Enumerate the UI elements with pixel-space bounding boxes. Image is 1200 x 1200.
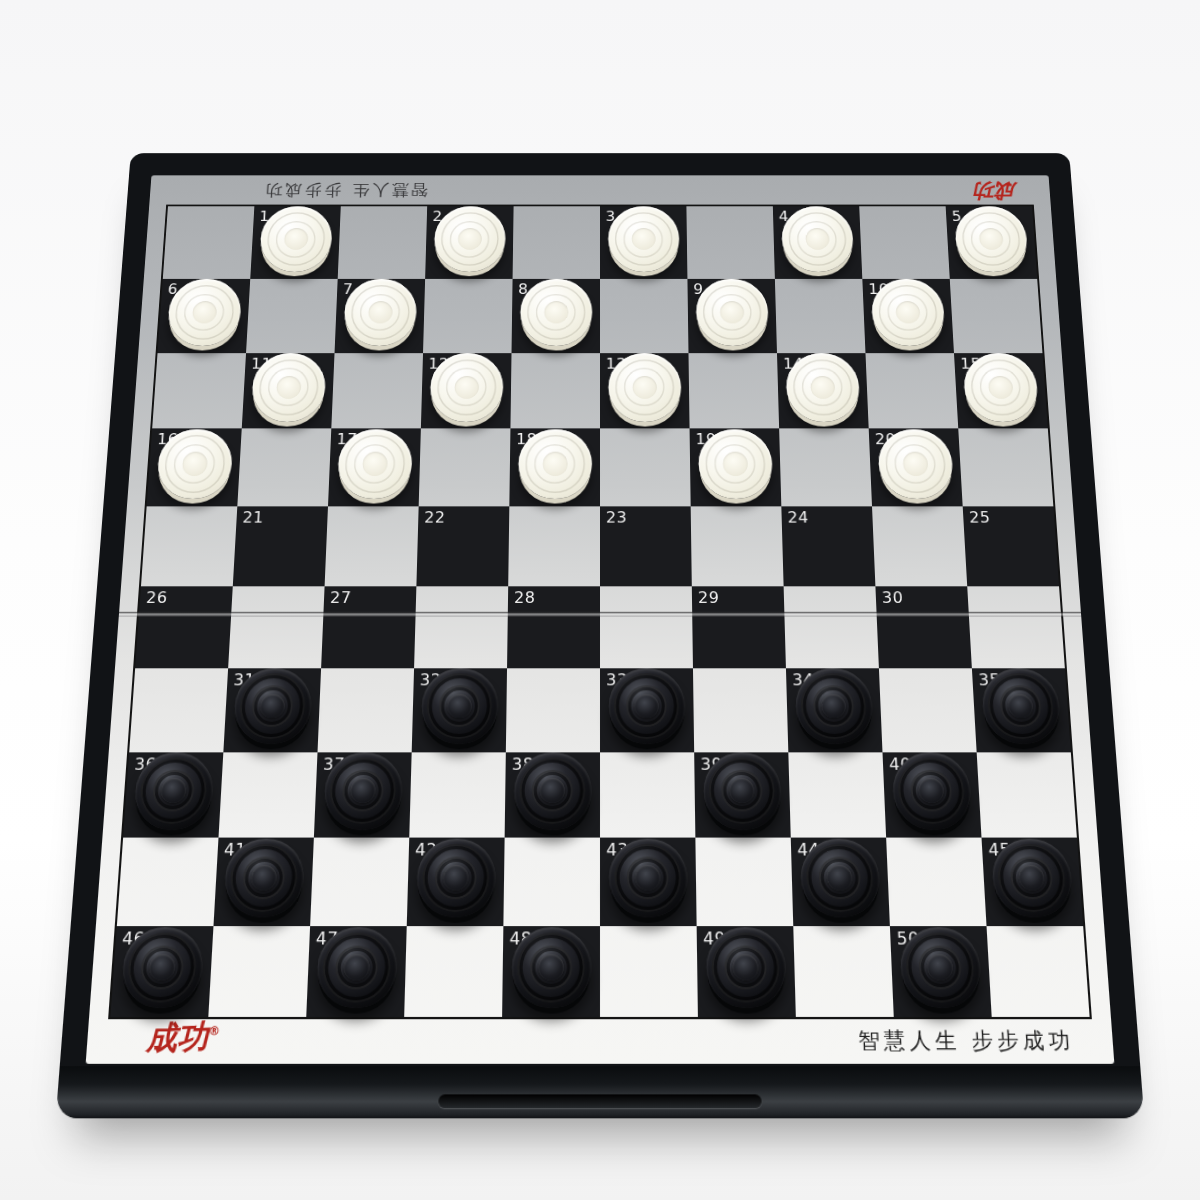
square-32[interactable]: 32 — [412, 668, 507, 752]
square-27[interactable]: 27 — [321, 586, 416, 668]
light-square — [691, 507, 784, 587]
light-square — [987, 926, 1090, 1017]
square-39[interactable]: 39 — [694, 752, 791, 838]
square-30[interactable]: 30 — [875, 586, 971, 668]
light-square — [228, 586, 324, 668]
square-17[interactable]: 17 — [328, 429, 421, 507]
white-man-piece[interactable] — [785, 353, 859, 421]
square-26[interactable]: 26 — [135, 586, 233, 668]
square-45[interactable]: 45 — [982, 838, 1084, 926]
square-22[interactable]: 22 — [416, 507, 509, 587]
light-square — [246, 279, 338, 353]
square-28[interactable]: 28 — [507, 586, 600, 668]
light-square — [129, 668, 228, 752]
square-15[interactable]: 15 — [954, 353, 1048, 429]
square-number: 24 — [787, 508, 809, 526]
black-man-piece[interactable] — [800, 838, 881, 917]
light-square — [775, 279, 866, 353]
light-square — [152, 353, 246, 429]
black-man-piece[interactable] — [609, 668, 685, 743]
black-man-piece[interactable] — [991, 838, 1074, 917]
light-square — [779, 429, 872, 507]
light-square — [503, 838, 600, 926]
white-man-piece[interactable] — [871, 279, 946, 346]
white-man-piece[interactable] — [954, 207, 1029, 272]
light-square — [331, 353, 423, 429]
square-number: 29 — [698, 588, 720, 607]
black-man-piece[interactable] — [514, 752, 591, 829]
white-man-piece[interactable] — [696, 279, 769, 346]
square-number: 26 — [146, 588, 169, 607]
square-31[interactable]: 31 — [223, 668, 321, 752]
square-42[interactable]: 42 — [407, 838, 505, 926]
square-11[interactable]: 11 — [242, 353, 335, 429]
white-man-piece[interactable] — [608, 207, 679, 272]
light-square — [423, 279, 513, 353]
light-square — [325, 507, 419, 587]
brand-logo-top-upside-down: 成功 — [974, 177, 1019, 204]
white-man-piece[interactable] — [962, 353, 1038, 421]
square-41[interactable]: 41 — [213, 838, 313, 926]
black-man-piece[interactable] — [416, 838, 495, 917]
white-man-piece[interactable] — [781, 207, 854, 272]
light-square — [879, 668, 977, 752]
light-square — [237, 429, 331, 507]
light-square — [686, 206, 774, 278]
black-man-piece[interactable] — [323, 752, 402, 829]
light-square — [338, 206, 427, 278]
brand-logo-text: 成功 — [146, 1017, 209, 1057]
light-square — [688, 353, 779, 429]
top-margin: 智慧人生 步步成功 成功 — [149, 175, 1050, 204]
square-14[interactable]: 14 — [777, 353, 869, 429]
light-square — [793, 926, 893, 1017]
white-man-piece[interactable] — [608, 353, 681, 421]
light-square — [865, 353, 958, 429]
square-23[interactable]: 23 — [600, 507, 692, 587]
top-slogan-upside-down: 智慧人生 步步成功 — [262, 180, 428, 201]
black-man-piece[interactable] — [316, 927, 398, 1008]
light-square — [508, 507, 600, 587]
light-square — [506, 668, 600, 752]
light-square — [404, 926, 503, 1017]
square-40[interactable]: 40 — [882, 752, 981, 838]
square-25[interactable]: 25 — [963, 507, 1059, 587]
square-number: 27 — [330, 588, 352, 607]
black-man-piece[interactable] — [706, 927, 786, 1008]
white-man-piece[interactable] — [518, 429, 591, 499]
light-square — [141, 507, 237, 587]
light-square — [693, 668, 788, 752]
square-35[interactable]: 35 — [972, 668, 1071, 752]
board-frame: 智慧人生 步步成功 成功 123456789101112131415161718… — [56, 153, 1145, 1118]
light-square — [958, 429, 1053, 507]
square-29[interactable]: 29 — [692, 586, 786, 668]
square-38[interactable]: 38 — [505, 752, 600, 838]
white-man-piece[interactable] — [430, 353, 504, 421]
light-square — [409, 752, 506, 838]
square-46[interactable]: 46 — [110, 926, 213, 1017]
square-number: 28 — [514, 588, 536, 607]
square-34[interactable]: 34 — [786, 668, 883, 752]
frame-front-lip — [56, 1066, 1145, 1118]
black-man-piece[interactable] — [421, 668, 498, 743]
square-16[interactable]: 16 — [147, 429, 242, 507]
square-number: 25 — [969, 508, 991, 526]
square-44[interactable]: 44 — [791, 838, 890, 926]
white-man-piece[interactable] — [337, 429, 412, 499]
light-square — [872, 507, 967, 587]
bottom-slogan: 智慧人生 步步成功 — [858, 1026, 1076, 1056]
square-37[interactable]: 37 — [314, 752, 412, 838]
black-man-piece[interactable] — [891, 752, 972, 829]
square-2[interactable]: 2 — [425, 206, 513, 278]
light-square — [163, 206, 255, 278]
light-square — [695, 838, 793, 926]
square-49[interactable]: 49 — [697, 926, 796, 1017]
white-man-piece[interactable] — [259, 207, 333, 272]
square-3[interactable]: 3 — [600, 206, 687, 278]
photo-background: 智慧人生 步步成功 成功 123456789101112131415161718… — [0, 0, 1200, 1200]
square-24[interactable]: 24 — [781, 507, 875, 587]
square-8[interactable]: 8 — [512, 279, 600, 353]
white-man-piece[interactable] — [434, 207, 506, 272]
square-18[interactable]: 18 — [509, 429, 600, 507]
square-1[interactable]: 1 — [250, 206, 341, 278]
scene: 智慧人生 步步成功 成功 123456789101112131415161718… — [0, 0, 1200, 1200]
light-square — [419, 429, 511, 507]
square-number: 30 — [881, 588, 903, 607]
light-square — [510, 353, 600, 429]
square-5[interactable]: 5 — [946, 206, 1038, 278]
light-square — [784, 586, 879, 668]
square-21[interactable]: 21 — [233, 507, 328, 587]
light-square — [414, 586, 508, 668]
light-square — [318, 668, 415, 752]
square-47[interactable]: 47 — [306, 926, 406, 1017]
square-4[interactable]: 4 — [773, 206, 862, 278]
light-square — [218, 752, 317, 838]
brand-logo: 成功® — [145, 1015, 220, 1062]
square-10[interactable]: 10 — [862, 279, 954, 353]
light-square — [310, 838, 409, 926]
black-man-piece[interactable] — [795, 668, 873, 743]
white-man-piece[interactable] — [698, 429, 772, 499]
square-9[interactable]: 9 — [687, 279, 777, 353]
square-43[interactable]: 43 — [600, 838, 697, 926]
square-12[interactable]: 12 — [421, 353, 512, 429]
light-square — [886, 838, 986, 926]
white-man-piece[interactable] — [877, 429, 953, 499]
square-6[interactable]: 6 — [158, 279, 251, 353]
light-square — [950, 279, 1043, 353]
square-20[interactable]: 20 — [869, 429, 963, 507]
square-number: 23 — [606, 508, 627, 526]
light-square — [117, 838, 219, 926]
square-7[interactable]: 7 — [335, 279, 426, 353]
black-man-piece[interactable] — [609, 838, 687, 917]
square-number: 22 — [424, 508, 446, 526]
black-man-piece[interactable] — [703, 752, 781, 829]
square-48[interactable]: 48 — [502, 926, 600, 1017]
light-square — [513, 206, 600, 278]
black-man-piece[interactable] — [899, 927, 982, 1008]
square-13[interactable]: 13 — [600, 353, 690, 429]
fold-hinge-seam — [119, 612, 1081, 617]
light-square — [859, 206, 950, 278]
black-man-piece[interactable] — [981, 668, 1062, 743]
light-square — [600, 279, 688, 353]
white-man-piece[interactable] — [343, 279, 417, 346]
board-surface: 智慧人生 步步成功 成功 123456789101112131415161718… — [86, 175, 1115, 1064]
white-man-piece[interactable] — [520, 279, 592, 346]
square-36[interactable]: 36 — [123, 752, 223, 838]
light-square — [977, 752, 1077, 838]
light-square — [967, 586, 1065, 668]
square-50[interactable]: 50 — [890, 926, 992, 1017]
light-square — [600, 752, 695, 838]
latch-notch — [438, 1094, 762, 1108]
square-33[interactable]: 33 — [600, 668, 694, 752]
light-square — [600, 926, 698, 1017]
bottom-margin: 成功® 智慧人生 步步成功 — [86, 1019, 1115, 1064]
black-man-piece[interactable] — [511, 927, 590, 1008]
light-square — [600, 586, 693, 668]
light-square — [600, 429, 691, 507]
square-19[interactable]: 19 — [690, 429, 782, 507]
light-square — [788, 752, 886, 838]
square-number: 21 — [242, 508, 264, 526]
registered-mark: ® — [208, 1024, 220, 1039]
light-square — [208, 926, 310, 1017]
